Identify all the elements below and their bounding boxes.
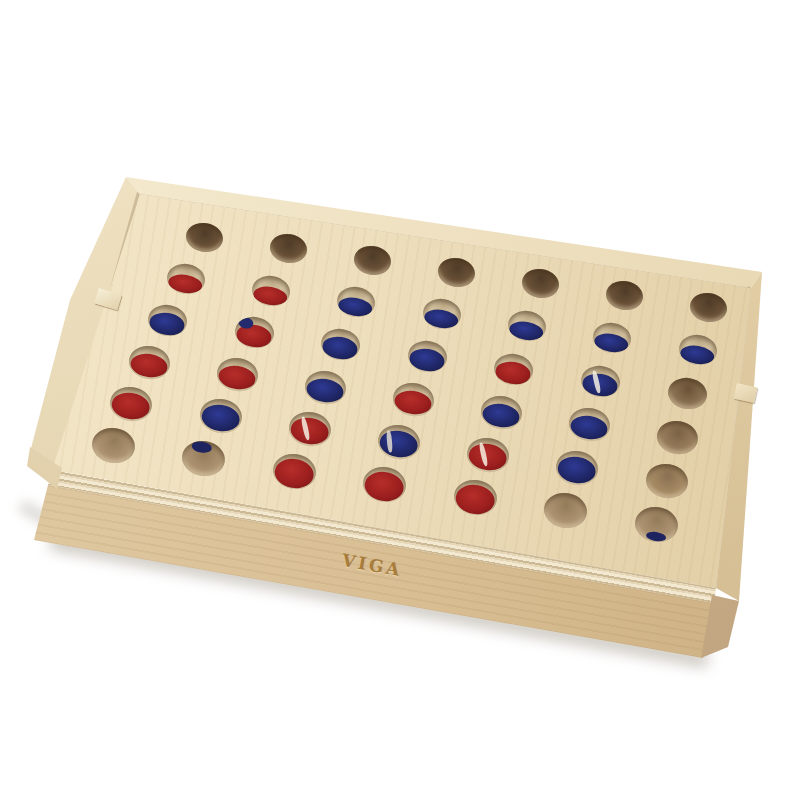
partial-blue-sliver-bottom bbox=[645, 530, 666, 542]
product-photo-connect-four-box: VIGA bbox=[0, 0, 800, 800]
partial-blue-sliver-top bbox=[191, 440, 212, 453]
